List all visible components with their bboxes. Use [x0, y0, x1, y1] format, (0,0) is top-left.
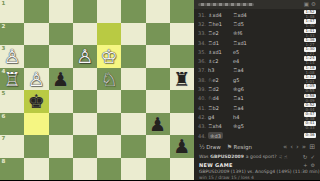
square-a2[interactable]: [170, 23, 194, 46]
new-game-match: GBPUSD2009 (1391) vs. AnoSpg4 (1495) (11…: [199, 169, 315, 174]
square-e8[interactable]: [73, 158, 97, 181]
white-move[interactable]: ♔d3: [208, 133, 233, 139]
square-c1[interactable]: [121, 0, 145, 23]
chess-board[interactable]: 123♙♙♔4♖♙♟♘♜5♚6♟7♟8: [0, 0, 194, 180]
square-f1[interactable]: [49, 0, 73, 23]
square-g7[interactable]: [24, 135, 48, 158]
square-e4[interactable]: [73, 68, 97, 91]
move-list[interactable]: 31.♗xd4♖xd41:521:4832.♖he1♖d51:471:4033.…: [194, 9, 320, 140]
go-end-icon[interactable]: »: [302, 142, 306, 152]
thumbs-up-icon[interactable]: ☝: [284, 154, 287, 160]
half-point-icon: ½: [199, 143, 205, 150]
square-a8[interactable]: [170, 158, 194, 181]
board-menu-icon[interactable]: ⊞: [309, 142, 315, 152]
thumbs-down-icon[interactable]: ☟: [279, 154, 282, 160]
black-move[interactable]: ♖a4: [233, 67, 258, 73]
square-f4[interactable]: ♟: [49, 68, 73, 91]
square-c6[interactable]: [121, 113, 145, 136]
square-d7[interactable]: [97, 135, 121, 158]
move-number: 38.: [198, 77, 208, 83]
square-g4[interactable]: ♙: [24, 68, 48, 91]
square-e2[interactable]: [73, 23, 97, 46]
sport-suffix: a good sport?: [246, 154, 277, 159]
square-h7[interactable]: 7: [0, 135, 24, 158]
black-move[interactable]: ♔g5: [233, 123, 258, 129]
black-move[interactable]: e4: [233, 58, 258, 64]
move-row: 40.♘d4♖a10:580:49: [194, 94, 320, 103]
black-move[interactable]: ♖d5: [233, 21, 258, 27]
new-game-icons: + ⚙: [303, 162, 315, 168]
white-move[interactable]: ♖he1: [208, 21, 233, 27]
square-h6[interactable]: 6: [0, 113, 24, 136]
move-row: 31.♗xd4♖xd41:521:48: [194, 10, 320, 19]
expand-icon[interactable]: ▣: [304, 0, 309, 9]
square-b1[interactable]: [146, 0, 170, 23]
white-move[interactable]: ♖d1: [208, 40, 233, 46]
rank-label-7: 7: [2, 135, 6, 141]
movelist-header: ▣ ⚙: [194, 0, 320, 9]
square-b7[interactable]: [146, 135, 170, 158]
square-h4[interactable]: 4♖: [0, 68, 24, 91]
rank-label-6: 6: [2, 113, 6, 119]
black-king[interactable]: ♚: [28, 91, 45, 111]
white-move[interactable]: ♖e2: [208, 30, 233, 36]
square-h3[interactable]: 3♙: [0, 45, 24, 68]
black-pawn[interactable]: ♟: [173, 136, 190, 156]
square-e1[interactable]: [73, 0, 97, 23]
move-number: 36.: [198, 58, 208, 64]
move-row: 32.♖he1♖d51:471:40: [194, 19, 320, 28]
square-a3[interactable]: [170, 45, 194, 68]
white-move[interactable]: ♘e2: [208, 77, 233, 83]
draw-label: Draw: [206, 144, 220, 150]
square-a1[interactable]: [170, 0, 194, 23]
black-pawn[interactable]: ♟: [52, 69, 69, 89]
move-number: 42.: [198, 114, 208, 120]
sport-username: GBPUSD2009: [210, 154, 244, 159]
square-c8[interactable]: [121, 158, 145, 181]
move-row: 35.♗xd1e51:301:21: [194, 47, 320, 56]
square-c5[interactable]: [121, 90, 145, 113]
move-row: 37.h3♖a41:181:08: [194, 66, 320, 75]
white-move[interactable]: g4: [208, 114, 233, 120]
square-e7[interactable]: [73, 135, 97, 158]
square-d4[interactable]: ♘: [97, 68, 121, 91]
black-move[interactable]: ♔f6: [233, 30, 258, 36]
resign-label: Resign: [234, 144, 252, 150]
white-move[interactable]: ♖d2: [208, 86, 233, 92]
forward-icon[interactable]: ›: [296, 142, 299, 152]
square-g3[interactable]: [24, 45, 48, 68]
rank-label-4: 4: [2, 68, 6, 74]
white-rook[interactable]: ♖: [4, 69, 21, 89]
white-move[interactable]: ♗xd1: [208, 49, 233, 55]
square-e5[interactable]: [73, 90, 97, 113]
white-knight[interactable]: ♘: [101, 69, 118, 89]
square-c2[interactable]: [121, 23, 145, 46]
white-move[interactable]: ♗xd4: [208, 12, 233, 18]
black-move[interactable]: ♔g6: [233, 86, 258, 92]
rematch-icon[interactable]: ↻: [303, 154, 308, 160]
square-a5[interactable]: [170, 90, 194, 113]
header-text-pill: [198, 3, 254, 7]
square-d1[interactable]: [97, 0, 121, 23]
square-d8[interactable]: [97, 158, 121, 181]
black-rook[interactable]: ♜: [173, 69, 190, 89]
rank-label-3: 3: [2, 45, 6, 51]
square-b2[interactable]: [146, 23, 170, 46]
square-e3[interactable]: ♙: [73, 45, 97, 68]
square-f5[interactable]: [49, 90, 73, 113]
app-root: 123♙♙♔4♖♙♟♘♜5♚6♟7♟8 ▣ ⚙ 31.♗xd4♖xd41:521…: [0, 0, 320, 180]
flag-icon: ⚑: [227, 143, 232, 150]
square-d6[interactable]: [97, 113, 121, 136]
square-f2[interactable]: [49, 23, 73, 46]
move-number: 44.: [198, 133, 208, 139]
move-row: 44.♔d30:36: [194, 131, 320, 140]
sport-prefix: Was: [199, 154, 208, 159]
move-row: 33.♖e2♔f61:411:33: [194, 29, 320, 38]
move-number: 41.: [198, 105, 208, 111]
white-king[interactable]: ♔: [101, 46, 118, 66]
draw-button[interactable]: ½ Draw: [199, 143, 221, 150]
black-move[interactable]: e5: [233, 49, 258, 55]
move-row: 42.g4h40:470:38: [194, 112, 320, 121]
move-number: 37.: [198, 67, 208, 73]
square-g6[interactable]: [24, 113, 48, 136]
move-row: 43.♖xh4♔g50:410:33: [194, 122, 320, 131]
rank-label-1: 1: [2, 0, 6, 6]
square-b4[interactable]: [146, 68, 170, 91]
move-number: 35.: [198, 49, 208, 55]
move-number: 39.: [198, 86, 208, 92]
move-clocks: 0:410:33: [304, 121, 316, 131]
game-controls: ½ Draw ⚑ Resign « ‹ › » ⊞: [194, 141, 320, 152]
square-b3[interactable]: [146, 45, 170, 68]
info-icon[interactable]: ⚙: [311, 162, 315, 168]
move-number: 33.: [198, 30, 208, 36]
move-number: 34.: [198, 40, 208, 46]
square-g1[interactable]: [24, 0, 48, 23]
rank-label-8: 8: [2, 158, 6, 164]
square-c3[interactable]: [121, 45, 145, 68]
black-move[interactable]: ♖a1: [233, 95, 258, 101]
black-move[interactable]: h4: [233, 114, 258, 120]
square-g5[interactable]: ♚: [24, 90, 48, 113]
move-row: 34.♖d1♖xd11:361:27: [194, 38, 320, 47]
gear-icon[interactable]: ⚙: [311, 0, 316, 9]
square-c4[interactable]: [121, 68, 145, 91]
black-clock: 0:33: [304, 126, 316, 131]
move-number: 32.: [198, 21, 208, 27]
move-clocks: 0:36: [304, 133, 316, 138]
back-icon[interactable]: ‹: [290, 142, 293, 152]
square-a4[interactable]: ♜: [170, 68, 194, 91]
square-f6[interactable]: [49, 113, 73, 136]
square-b6[interactable]: ♟: [146, 113, 170, 136]
square-h2[interactable]: 2: [0, 23, 24, 46]
resign-button[interactable]: ⚑ Resign: [227, 143, 252, 150]
accept-icon[interactable]: ✓: [310, 154, 315, 160]
new-game-block: NEW GAME + ⚙ GBPUSD2009 (1391) vs. AnoSp…: [194, 161, 320, 180]
square-h1[interactable]: 1: [0, 0, 24, 23]
move-row: 36.♗c2e41:241:14: [194, 56, 320, 65]
black-move[interactable]: g5: [233, 77, 258, 83]
square-a6[interactable]: [170, 113, 194, 136]
black-move[interactable]: ♖xd1: [233, 40, 258, 46]
square-b8[interactable]: [146, 158, 170, 181]
new-game-title: NEW GAME: [199, 162, 233, 168]
rank-label-5: 5: [2, 90, 6, 96]
side-panel: ▣ ⚙ 31.♗xd4♖xd41:521:4832.♖he1♖d51:471:4…: [194, 0, 320, 180]
white-move[interactable]: ♗c2: [208, 58, 233, 64]
sportsmanship-prompt: Was GBPUSD2009 a good sport? ☟ ☝ ↻ ✓: [194, 152, 320, 161]
square-f7[interactable]: [49, 135, 73, 158]
move-number: 40.: [198, 95, 208, 101]
new-game-record: win 15 / draw 15 / loss 4: [199, 175, 315, 180]
white-clock: 0:36: [304, 133, 316, 138]
white-pawn[interactable]: ♙: [76, 46, 93, 66]
square-f8[interactable]: [49, 158, 73, 181]
rank-label-2: 2: [2, 23, 6, 29]
white-pawn[interactable]: ♙: [28, 69, 45, 89]
black-move[interactable]: ♖a4: [233, 105, 258, 111]
white-move[interactable]: ♖b2: [208, 105, 233, 111]
square-d3[interactable]: ♔: [97, 45, 121, 68]
white-pawn[interactable]: ♙: [4, 46, 21, 66]
white-move[interactable]: ♘d4: [208, 95, 233, 101]
go-start-icon[interactable]: «: [283, 142, 287, 152]
white-move[interactable]: ♖xh4: [208, 123, 233, 129]
square-a7[interactable]: ♟: [170, 135, 194, 158]
square-g8[interactable]: [24, 158, 48, 181]
prompt-side-icons: ↻ ✓: [303, 154, 315, 160]
black-move[interactable]: ♖xd4: [233, 12, 258, 18]
move-number: 31.: [198, 12, 208, 18]
move-number: 43.: [198, 123, 208, 129]
move-row: 39.♖d2♔g61:050:55: [194, 84, 320, 93]
square-e6[interactable]: [73, 113, 97, 136]
square-f3[interactable]: [49, 45, 73, 68]
add-icon[interactable]: +: [303, 162, 307, 168]
move-row: 41.♖b2♖a40:520:44: [194, 103, 320, 112]
square-d5[interactable]: [97, 90, 121, 113]
square-g2[interactable]: [24, 23, 48, 46]
black-pawn[interactable]: ♟: [149, 114, 166, 134]
square-b5[interactable]: [146, 90, 170, 113]
move-row: 38.♘e2g51:121:01: [194, 75, 320, 84]
square-d2[interactable]: [97, 23, 121, 46]
square-c7[interactable]: [121, 135, 145, 158]
white-move[interactable]: h3: [208, 67, 233, 73]
square-h5[interactable]: 5: [0, 90, 24, 113]
move-navigation: « ‹ › » ⊞: [283, 142, 315, 152]
square-h8[interactable]: 8: [0, 158, 24, 181]
